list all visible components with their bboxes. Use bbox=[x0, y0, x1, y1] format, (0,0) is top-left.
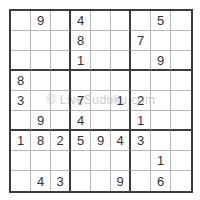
cell-r7c8[interactable] bbox=[151, 131, 171, 151]
cell-r1c3[interactable] bbox=[51, 11, 71, 31]
cell-r7c7[interactable]: 3 bbox=[131, 131, 151, 151]
cell-r4c3[interactable] bbox=[51, 71, 71, 91]
cell-r1c8[interactable]: 5 bbox=[151, 11, 171, 31]
cell-r4c1[interactable]: 8 bbox=[11, 71, 31, 91]
cell-r8c7[interactable] bbox=[131, 151, 151, 171]
cell-r5c4[interactable]: 7 bbox=[71, 91, 91, 111]
cell-r9c7[interactable] bbox=[131, 171, 151, 191]
cell-r6c9[interactable] bbox=[171, 111, 191, 131]
cell-r6c7[interactable]: 1 bbox=[131, 111, 151, 131]
cell-r8c6[interactable] bbox=[111, 151, 131, 171]
cell-r3c3[interactable] bbox=[51, 51, 71, 71]
cell-r9c6[interactable]: 9 bbox=[111, 171, 131, 191]
cell-r4c8[interactable] bbox=[151, 71, 171, 91]
cell-r9c3[interactable]: 3 bbox=[51, 171, 71, 191]
cell-r7c5[interactable]: 9 bbox=[91, 131, 111, 151]
cell-r8c1[interactable] bbox=[11, 151, 31, 171]
cell-r3c7[interactable] bbox=[131, 51, 151, 71]
sudoku-board: 945871983712941182594314396 bbox=[11, 11, 191, 191]
cell-r1c6[interactable] bbox=[111, 11, 131, 31]
cell-r9c5[interactable] bbox=[91, 171, 111, 191]
cell-r5c3[interactable] bbox=[51, 91, 71, 111]
cell-r3c9[interactable] bbox=[171, 51, 191, 71]
cell-r7c6[interactable]: 4 bbox=[111, 131, 131, 151]
cell-r5c5[interactable] bbox=[91, 91, 111, 111]
cell-r5c2[interactable] bbox=[31, 91, 51, 111]
cell-r3c4[interactable]: 1 bbox=[71, 51, 91, 71]
cell-r6c8[interactable] bbox=[151, 111, 171, 131]
cell-r2c9[interactable] bbox=[171, 31, 191, 51]
cell-r2c5[interactable] bbox=[91, 31, 111, 51]
cell-r8c9[interactable] bbox=[171, 151, 191, 171]
cell-r5c9[interactable] bbox=[171, 91, 191, 111]
cell-r2c8[interactable] bbox=[151, 31, 171, 51]
cell-r1c4[interactable]: 4 bbox=[71, 11, 91, 31]
cell-r2c6[interactable] bbox=[111, 31, 131, 51]
cell-r7c1[interactable]: 1 bbox=[11, 131, 31, 151]
cell-r8c4[interactable] bbox=[71, 151, 91, 171]
cell-r2c1[interactable] bbox=[11, 31, 31, 51]
cell-r4c5[interactable] bbox=[91, 71, 111, 91]
cell-r2c7[interactable]: 7 bbox=[131, 31, 151, 51]
cell-r7c2[interactable]: 8 bbox=[31, 131, 51, 151]
cell-r8c8[interactable]: 1 bbox=[151, 151, 171, 171]
cell-r3c2[interactable] bbox=[31, 51, 51, 71]
cell-r5c6[interactable]: 1 bbox=[111, 91, 131, 111]
cell-r6c6[interactable] bbox=[111, 111, 131, 131]
cell-r1c7[interactable] bbox=[131, 11, 151, 31]
cell-r4c4[interactable] bbox=[71, 71, 91, 91]
cell-r6c5[interactable] bbox=[91, 111, 111, 131]
cell-r9c8[interactable]: 6 bbox=[151, 171, 171, 191]
cell-r5c1[interactable]: 3 bbox=[11, 91, 31, 111]
cell-r9c4[interactable] bbox=[71, 171, 91, 191]
cell-r8c3[interactable] bbox=[51, 151, 71, 171]
cell-r8c2[interactable] bbox=[31, 151, 51, 171]
cell-r9c2[interactable]: 4 bbox=[31, 171, 51, 191]
cell-r2c4[interactable]: 8 bbox=[71, 31, 91, 51]
cell-r3c5[interactable] bbox=[91, 51, 111, 71]
cell-r9c9[interactable] bbox=[171, 171, 191, 191]
cell-r1c2[interactable]: 9 bbox=[31, 11, 51, 31]
cell-r1c9[interactable] bbox=[171, 11, 191, 31]
cell-r4c6[interactable] bbox=[111, 71, 131, 91]
cell-r6c2[interactable]: 9 bbox=[31, 111, 51, 131]
cell-r3c8[interactable]: 9 bbox=[151, 51, 171, 71]
cell-r2c2[interactable] bbox=[31, 31, 51, 51]
cell-r2c3[interactable] bbox=[51, 31, 71, 51]
cell-r4c2[interactable] bbox=[31, 71, 51, 91]
cell-r5c8[interactable] bbox=[151, 91, 171, 111]
cell-r7c3[interactable]: 2 bbox=[51, 131, 71, 151]
cell-r3c1[interactable] bbox=[11, 51, 31, 71]
cell-r1c5[interactable] bbox=[91, 11, 111, 31]
cell-r5c7[interactable]: 2 bbox=[131, 91, 151, 111]
cell-r4c7[interactable] bbox=[131, 71, 151, 91]
cell-r7c9[interactable] bbox=[171, 131, 191, 151]
cell-r1c1[interactable] bbox=[11, 11, 31, 31]
cell-r6c4[interactable]: 4 bbox=[71, 111, 91, 131]
cell-r6c1[interactable] bbox=[11, 111, 31, 131]
cell-r8c5[interactable] bbox=[91, 151, 111, 171]
cell-r6c3[interactable] bbox=[51, 111, 71, 131]
cell-r9c1[interactable] bbox=[11, 171, 31, 191]
cell-r4c9[interactable] bbox=[171, 71, 191, 91]
cell-r7c4[interactable]: 5 bbox=[71, 131, 91, 151]
cell-r3c6[interactable] bbox=[111, 51, 131, 71]
sudoku-board-frame: © LiveSudoku.com 94587198371294118259431… bbox=[9, 9, 193, 193]
